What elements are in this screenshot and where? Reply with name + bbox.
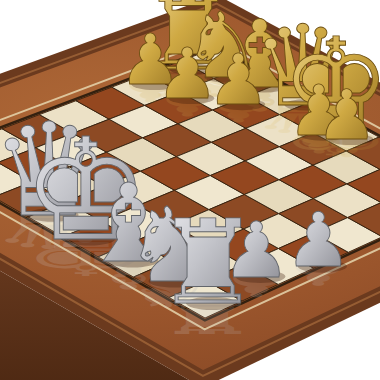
piece-white-pawn-h3[interactable]: ♟ — [285, 196, 352, 284]
piece-black-pawn-f7[interactable]: ♟ — [316, 75, 378, 155]
chess-board-photo: chess ♜♞♟♝♟♟♛ — [0, 0, 380, 380]
piece-white-rook-h1[interactable]: ♜ — [155, 194, 260, 331]
board-scene: ♜♞♟♝♟♟♛♚♟♟♛♚♝♟♟♞♜ ♜♞♟♝♟♟♛♚♟♟♛♚♝♟♟♞♜ — [0, 0, 380, 380]
